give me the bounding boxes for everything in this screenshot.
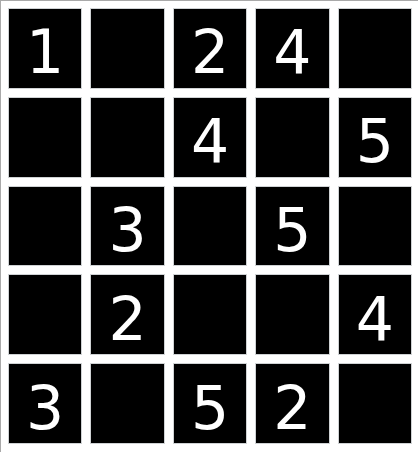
cell-r2c5[interactable]: 5 [338,97,412,178]
cell-r4c2[interactable]: 2 [90,274,164,355]
given-digit: 4 [356,289,394,349]
cell-r4c1[interactable] [8,274,82,355]
cell-r4c4[interactable] [255,274,329,355]
given-digit: 5 [273,200,311,260]
cell-r1c5[interactable] [338,8,412,89]
cell-r3c3[interactable] [173,186,247,267]
cell-r2c2[interactable] [90,97,164,178]
cell-r4c5[interactable]: 4 [338,274,412,355]
cell-r5c2[interactable] [90,363,164,444]
cell-r5c5[interactable] [338,363,412,444]
cell-r1c3[interactable]: 2 [173,8,247,89]
cell-r5c4[interactable]: 2 [255,363,329,444]
puzzle-page: 124453524352 [0,0,418,452]
cell-r3c1[interactable] [8,186,82,267]
given-digit: 4 [191,111,229,171]
given-digit: 2 [109,289,147,349]
cell-r1c1[interactable]: 1 [8,8,82,89]
given-digit: 5 [191,378,229,438]
cell-r1c4[interactable]: 4 [255,8,329,89]
cell-r3c5[interactable] [338,186,412,267]
given-digit: 2 [273,378,311,438]
cell-r5c3[interactable]: 5 [173,363,247,444]
cell-r3c4[interactable]: 5 [255,186,329,267]
cell-r1c2[interactable] [90,8,164,89]
cell-r5c1[interactable]: 3 [8,363,82,444]
cell-r2c4[interactable] [255,97,329,178]
cell-r3c2[interactable]: 3 [90,186,164,267]
cell-r4c3[interactable] [173,274,247,355]
given-digit: 4 [273,22,311,82]
board-grid: 124453524352 [1,1,418,452]
given-digit: 3 [26,378,64,438]
cell-r2c1[interactable] [8,97,82,178]
given-digit: 3 [109,200,147,260]
given-digit: 5 [356,111,394,171]
cell-r2c3[interactable]: 4 [173,97,247,178]
given-digit: 2 [191,22,229,82]
given-digit: 1 [26,22,64,82]
